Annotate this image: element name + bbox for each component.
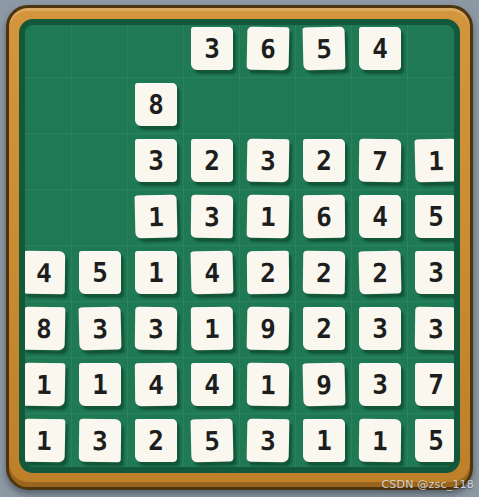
number-tile-3[interactable]: 3 (79, 307, 122, 351)
number-tile-4[interactable]: 4 (191, 251, 234, 295)
number-tile-1[interactable]: 1 (415, 139, 458, 183)
chalkboard: 3654832327113164545142223833192331144193… (19, 19, 460, 473)
number-tile-2[interactable]: 2 (359, 251, 402, 295)
number-tile-1[interactable]: 1 (23, 363, 66, 407)
cell-r6c4: 1 (184, 301, 240, 357)
cell-r4c1 (19, 189, 72, 245)
number-tile-3[interactable]: 3 (79, 419, 122, 463)
cell-r3c8: 1 (408, 133, 460, 189)
number-tile-2[interactable]: 2 (135, 419, 177, 462)
cell-r1c3 (128, 21, 184, 77)
number-tile-3[interactable]: 3 (135, 307, 178, 351)
cell-r7c8: 7 (408, 357, 460, 413)
cell-r2c3: 8 (128, 77, 184, 133)
number-tile-2[interactable]: 2 (303, 251, 346, 295)
cell-r7c6: 9 (296, 357, 352, 413)
cell-r5c6: 2 (296, 245, 352, 301)
cell-r8c5: 3 (240, 413, 296, 469)
cell-r8c1: 1 (19, 413, 72, 469)
number-tile-1[interactable]: 1 (359, 419, 402, 463)
number-tile-3[interactable]: 3 (191, 27, 233, 70)
number-tile-3[interactable]: 3 (191, 195, 234, 239)
cell-r2c7 (352, 77, 408, 133)
cell-r1c2 (72, 21, 128, 77)
cell-r4c7: 4 (352, 189, 408, 245)
cell-r6c7: 3 (352, 301, 408, 357)
cell-r1c5: 6 (240, 21, 296, 77)
cell-r8c7: 1 (352, 413, 408, 469)
cell-r2c5 (240, 77, 296, 133)
cell-r8c3: 2 (128, 413, 184, 469)
cell-r5c4: 4 (184, 245, 240, 301)
cell-r6c8: 3 (408, 301, 460, 357)
number-tile-1[interactable]: 1 (79, 363, 121, 406)
cell-r2c1 (19, 77, 72, 133)
number-tile-4[interactable]: 4 (135, 363, 177, 406)
cell-r8c4: 5 (184, 413, 240, 469)
cell-r5c3: 1 (128, 245, 184, 301)
cell-r6c6: 2 (296, 301, 352, 357)
cell-r2c4 (184, 77, 240, 133)
cell-r8c6: 1 (296, 413, 352, 469)
cell-r5c7: 2 (352, 245, 408, 301)
cell-r6c2: 3 (72, 301, 128, 357)
number-tile-3[interactable]: 3 (359, 363, 401, 406)
number-tile-5[interactable]: 5 (415, 195, 457, 238)
cell-r4c8: 5 (408, 189, 460, 245)
number-tile-3[interactable]: 3 (247, 139, 290, 183)
number-tile-4[interactable]: 4 (23, 251, 66, 295)
number-tile-1[interactable]: 1 (135, 251, 177, 294)
cell-r2c6 (296, 77, 352, 133)
cell-r4c3: 1 (128, 189, 184, 245)
number-tile-8[interactable]: 8 (135, 83, 177, 126)
cell-r8c8: 5 (408, 413, 460, 469)
cell-r1c7: 4 (352, 21, 408, 77)
cell-r3c1 (19, 133, 72, 189)
cell-r3c5: 3 (240, 133, 296, 189)
cell-r4c2 (72, 189, 128, 245)
chalkboard-frame: 3654832327113164545142223833192331144193… (6, 5, 473, 490)
number-tile-1[interactable]: 1 (135, 195, 178, 239)
cell-r7c2: 1 (72, 357, 128, 413)
number-tile-3[interactable]: 3 (415, 307, 458, 351)
number-tile-6[interactable]: 6 (303, 195, 345, 238)
cell-r7c3: 4 (128, 357, 184, 413)
watermark: CSDN @zsc_118 (381, 478, 474, 491)
number-tile-5[interactable]: 5 (191, 419, 234, 463)
number-tile-2[interactable]: 2 (191, 139, 233, 182)
number-tile-7[interactable]: 7 (415, 363, 457, 406)
number-tile-4[interactable]: 4 (359, 195, 401, 238)
number-tile-5[interactable]: 5 (303, 27, 346, 71)
cell-r5c1: 4 (19, 245, 72, 301)
cell-r4c5: 1 (240, 189, 296, 245)
tile-grid: 3654832327113164545142223833192331144193… (19, 21, 460, 469)
number-tile-3[interactable]: 3 (415, 251, 457, 294)
cell-r5c8: 3 (408, 245, 460, 301)
cell-r1c8 (408, 21, 460, 77)
cell-r6c1: 8 (19, 301, 72, 357)
cell-r1c4: 3 (184, 21, 240, 77)
number-tile-1[interactable]: 1 (247, 363, 290, 407)
number-tile-9[interactable]: 9 (303, 363, 346, 407)
number-tile-7[interactable]: 7 (359, 139, 402, 183)
number-tile-5[interactable]: 5 (79, 251, 121, 294)
cell-r4c4: 3 (184, 189, 240, 245)
number-tile-2[interactable]: 2 (247, 251, 289, 294)
number-tile-3[interactable]: 3 (359, 307, 401, 350)
number-tile-5[interactable]: 5 (415, 419, 457, 462)
cell-r1c6: 5 (296, 21, 352, 77)
cell-r2c8 (408, 77, 460, 133)
number-tile-1[interactable]: 1 (247, 195, 290, 239)
screenshot-canvas: 3654832327113164545142223833192331144193… (0, 0, 479, 497)
cell-r1c1 (19, 21, 72, 77)
number-tile-2[interactable]: 2 (303, 307, 345, 350)
cell-r3c2 (72, 133, 128, 189)
number-tile-9[interactable]: 9 (247, 307, 290, 351)
number-tile-3[interactable]: 3 (247, 419, 290, 463)
number-tile-1[interactable]: 1 (303, 419, 345, 462)
cell-r2c2 (72, 77, 128, 133)
cell-r3c3: 3 (128, 133, 184, 189)
cell-r3c4: 2 (184, 133, 240, 189)
cell-r7c7: 3 (352, 357, 408, 413)
cell-r3c7: 7 (352, 133, 408, 189)
cell-r3c6: 2 (296, 133, 352, 189)
number-tile-1[interactable]: 1 (23, 419, 66, 463)
number-tile-1[interactable]: 1 (191, 307, 233, 350)
cell-r7c4: 4 (184, 357, 240, 413)
cell-r6c5: 9 (240, 301, 296, 357)
number-tile-2[interactable]: 2 (303, 139, 345, 182)
number-tile-4[interactable]: 4 (359, 27, 401, 70)
number-tile-8[interactable]: 8 (23, 307, 66, 351)
number-tile-6[interactable]: 6 (247, 27, 290, 71)
cell-r8c2: 3 (72, 413, 128, 469)
cell-r4c6: 6 (296, 189, 352, 245)
cell-r6c3: 3 (128, 301, 184, 357)
cell-r7c1: 1 (19, 357, 72, 413)
cell-r5c2: 5 (72, 245, 128, 301)
cell-r7c5: 1 (240, 357, 296, 413)
number-tile-3[interactable]: 3 (135, 139, 177, 182)
number-tile-4[interactable]: 4 (191, 363, 233, 406)
cell-r5c5: 2 (240, 245, 296, 301)
